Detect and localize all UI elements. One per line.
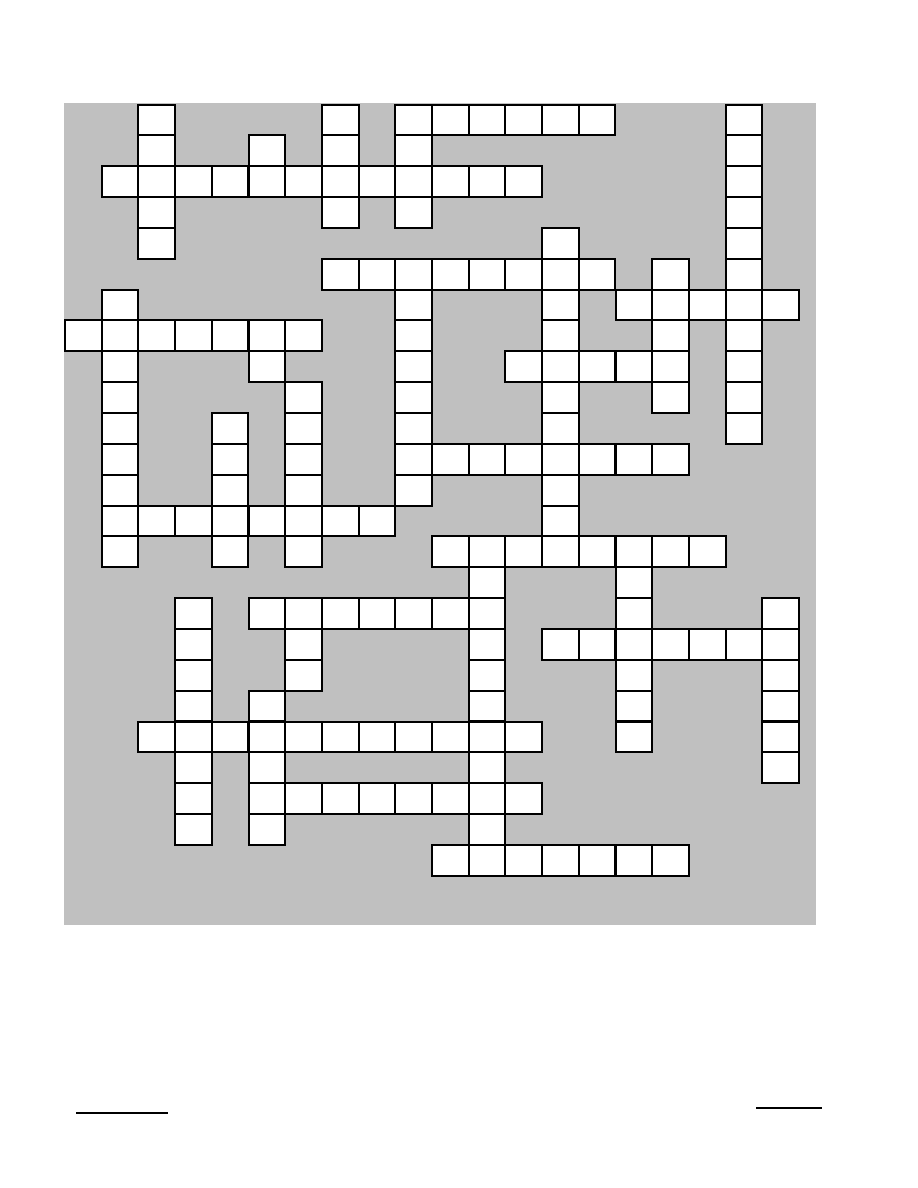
cell-r10-c13[interactable] <box>541 412 580 445</box>
cell-r10-c6[interactable] <box>284 412 323 445</box>
cell-r23-c5[interactable] <box>248 813 287 846</box>
cell-r19-c5[interactable] <box>248 690 287 723</box>
cell-r7-c5[interactable] <box>248 319 287 352</box>
cell-r13-c8[interactable] <box>358 505 397 538</box>
cell-r16-c3[interactable] <box>174 597 213 630</box>
cell-r17-c15[interactable] <box>615 628 654 661</box>
cell-r13-c13[interactable] <box>541 505 580 538</box>
cell-r13-c3[interactable] <box>174 505 213 538</box>
cell-r20-c6[interactable] <box>284 721 323 754</box>
cell-r1-c18[interactable] <box>725 134 764 167</box>
cell-r7-c4[interactable] <box>211 319 250 352</box>
cell-r2-c1[interactable] <box>101 165 140 198</box>
cell-r0-c11[interactable] <box>468 104 507 137</box>
cell-r20-c10[interactable] <box>431 721 470 754</box>
cell-r7-c2[interactable] <box>137 319 176 352</box>
cell-r11-c16[interactable] <box>651 443 690 476</box>
cell-r10-c4[interactable] <box>211 412 250 445</box>
cell-r20-c12[interactable] <box>504 721 543 754</box>
cell-r14-c6[interactable] <box>284 535 323 568</box>
cell-r14-c15[interactable] <box>615 535 654 568</box>
cell-r0-c18[interactable] <box>725 104 764 137</box>
cell-r3-c7[interactable] <box>321 196 360 229</box>
cell-r10-c9[interactable] <box>394 412 433 445</box>
cell-r0-c13[interactable] <box>541 104 580 137</box>
cell-r0-c9[interactable] <box>394 104 433 137</box>
cell-r2-c9[interactable] <box>394 165 433 198</box>
cell-r3-c2[interactable] <box>137 196 176 229</box>
cell-r6-c15[interactable] <box>615 289 654 322</box>
cell-r21-c3[interactable] <box>174 751 213 784</box>
cell-r17-c13[interactable] <box>541 628 580 661</box>
cell-r14-c10[interactable] <box>431 535 470 568</box>
cell-r21-c11[interactable] <box>468 751 507 784</box>
cell-r19-c3[interactable] <box>174 690 213 723</box>
answer-blank-line-right <box>756 1107 822 1109</box>
cell-r17-c11[interactable] <box>468 628 507 661</box>
cell-r24-c16[interactable] <box>651 844 690 877</box>
cell-r5-c11[interactable] <box>468 258 507 291</box>
cell-r7-c6[interactable] <box>284 319 323 352</box>
cell-r16-c8[interactable] <box>358 597 397 630</box>
cell-r7-c9[interactable] <box>394 319 433 352</box>
cell-r20-c11[interactable] <box>468 721 507 754</box>
cell-r13-c4[interactable] <box>211 505 250 538</box>
cell-r14-c4[interactable] <box>211 535 250 568</box>
cell-r1-c5[interactable] <box>248 134 287 167</box>
cell-r3-c9[interactable] <box>394 196 433 229</box>
cell-r8-c9[interactable] <box>394 350 433 383</box>
cell-r2-c4[interactable] <box>211 165 250 198</box>
cell-r9-c13[interactable] <box>541 381 580 414</box>
cell-r2-c10[interactable] <box>431 165 470 198</box>
cell-r5-c12[interactable] <box>504 258 543 291</box>
cell-r16-c7[interactable] <box>321 597 360 630</box>
cell-r0-c10[interactable] <box>431 104 470 137</box>
cell-r7-c0[interactable] <box>64 319 103 352</box>
cell-r11-c10[interactable] <box>431 443 470 476</box>
cell-r15-c15[interactable] <box>615 566 654 599</box>
cell-r8-c13[interactable] <box>541 350 580 383</box>
cell-r9-c16[interactable] <box>651 381 690 414</box>
cell-r14-c11[interactable] <box>468 535 507 568</box>
cell-r17-c3[interactable] <box>174 628 213 661</box>
cell-r11-c15[interactable] <box>615 443 654 476</box>
cell-r5-c13[interactable] <box>541 258 580 291</box>
cell-r12-c1[interactable] <box>101 474 140 507</box>
cell-r20-c9[interactable] <box>394 721 433 754</box>
cell-r6-c13[interactable] <box>541 289 580 322</box>
cell-r5-c9[interactable] <box>394 258 433 291</box>
cell-r2-c5[interactable] <box>248 165 287 198</box>
cell-r20-c8[interactable] <box>358 721 397 754</box>
cell-r7-c3[interactable] <box>174 319 213 352</box>
cell-r24-c15[interactable] <box>615 844 654 877</box>
cell-r20-c15[interactable] <box>615 721 654 754</box>
cell-r20-c19[interactable] <box>761 721 800 754</box>
cell-r2-c11[interactable] <box>468 165 507 198</box>
cell-r16-c6[interactable] <box>284 597 323 630</box>
cell-r24-c13[interactable] <box>541 844 580 877</box>
cell-r6-c19[interactable] <box>761 289 800 322</box>
cell-r24-c12[interactable] <box>504 844 543 877</box>
cell-r8-c12[interactable] <box>504 350 543 383</box>
cell-r16-c5[interactable] <box>248 597 287 630</box>
cell-r20-c7[interactable] <box>321 721 360 754</box>
cell-r24-c14[interactable] <box>578 844 617 877</box>
cell-r0-c14[interactable] <box>578 104 617 137</box>
cell-r0-c7[interactable] <box>321 104 360 137</box>
cell-r20-c2[interactable] <box>137 721 176 754</box>
cell-r23-c11[interactable] <box>468 813 507 846</box>
cell-r18-c19[interactable] <box>761 659 800 692</box>
cell-r15-c11[interactable] <box>468 566 507 599</box>
cell-r2-c8[interactable] <box>358 165 397 198</box>
cell-r7-c16[interactable] <box>651 319 690 352</box>
cell-r18-c15[interactable] <box>615 659 654 692</box>
cell-r22-c12[interactable] <box>504 782 543 815</box>
cell-r10-c1[interactable] <box>101 412 140 445</box>
cell-r0-c12[interactable] <box>504 104 543 137</box>
cell-r17-c16[interactable] <box>651 628 690 661</box>
cell-r14-c13[interactable] <box>541 535 580 568</box>
cell-r2-c3[interactable] <box>174 165 213 198</box>
cell-r13-c2[interactable] <box>137 505 176 538</box>
cell-r19-c19[interactable] <box>761 690 800 723</box>
cell-r11-c12[interactable] <box>504 443 543 476</box>
cell-r10-c18[interactable] <box>725 412 764 445</box>
cell-r9-c9[interactable] <box>394 381 433 414</box>
cell-r12-c4[interactable] <box>211 474 250 507</box>
cell-r8-c5[interactable] <box>248 350 287 383</box>
cell-r6-c17[interactable] <box>688 289 727 322</box>
cell-r13-c5[interactable] <box>248 505 287 538</box>
cell-r11-c4[interactable] <box>211 443 250 476</box>
cell-r12-c6[interactable] <box>284 474 323 507</box>
cell-r14-c12[interactable] <box>504 535 543 568</box>
cell-r20-c4[interactable] <box>211 721 250 754</box>
cell-r22-c11[interactable] <box>468 782 507 815</box>
cell-r7-c18[interactable] <box>725 319 764 352</box>
cell-r22-c6[interactable] <box>284 782 323 815</box>
cell-r4-c2[interactable] <box>137 227 176 260</box>
cell-r22-c7[interactable] <box>321 782 360 815</box>
cell-r24-c10[interactable] <box>431 844 470 877</box>
cell-r22-c9[interactable] <box>394 782 433 815</box>
cell-r18-c3[interactable] <box>174 659 213 692</box>
cell-r8-c16[interactable] <box>651 350 690 383</box>
cell-r16-c15[interactable] <box>615 597 654 630</box>
cell-r5-c18[interactable] <box>725 258 764 291</box>
cell-r11-c9[interactable] <box>394 443 433 476</box>
cell-r17-c6[interactable] <box>284 628 323 661</box>
cell-r11-c11[interactable] <box>468 443 507 476</box>
cell-r23-c3[interactable] <box>174 813 213 846</box>
cell-r21-c5[interactable] <box>248 751 287 784</box>
cell-r9-c6[interactable] <box>284 381 323 414</box>
cell-r6-c16[interactable] <box>651 289 690 322</box>
cell-r14-c14[interactable] <box>578 535 617 568</box>
cell-r4-c13[interactable] <box>541 227 580 260</box>
cell-r11-c6[interactable] <box>284 443 323 476</box>
cell-r14-c1[interactable] <box>101 535 140 568</box>
cell-r5-c16[interactable] <box>651 258 690 291</box>
cell-r18-c6[interactable] <box>284 659 323 692</box>
cell-r5-c7[interactable] <box>321 258 360 291</box>
cell-r17-c19[interactable] <box>761 628 800 661</box>
cell-r11-c14[interactable] <box>578 443 617 476</box>
cell-r3-c18[interactable] <box>725 196 764 229</box>
cell-r13-c6[interactable] <box>284 505 323 538</box>
cell-r9-c1[interactable] <box>101 381 140 414</box>
cell-r11-c1[interactable] <box>101 443 140 476</box>
cell-r17-c14[interactable] <box>578 628 617 661</box>
cell-r0-c2[interactable] <box>137 104 176 137</box>
cell-r6-c18[interactable] <box>725 289 764 322</box>
cell-r12-c13[interactable] <box>541 474 580 507</box>
crossword-board <box>64 103 816 925</box>
cell-r5-c10[interactable] <box>431 258 470 291</box>
cell-r7-c1[interactable] <box>101 319 140 352</box>
cell-r16-c10[interactable] <box>431 597 470 630</box>
cell-r16-c19[interactable] <box>761 597 800 630</box>
cell-r17-c17[interactable] <box>688 628 727 661</box>
cell-r12-c9[interactable] <box>394 474 433 507</box>
cell-r9-c18[interactable] <box>725 381 764 414</box>
cell-r22-c3[interactable] <box>174 782 213 815</box>
cell-r8-c14[interactable] <box>578 350 617 383</box>
cell-r22-c8[interactable] <box>358 782 397 815</box>
worksheet-page <box>0 0 918 1188</box>
cell-r24-c11[interactable] <box>468 844 507 877</box>
cell-r16-c9[interactable] <box>394 597 433 630</box>
cell-r1-c2[interactable] <box>137 134 176 167</box>
cell-r2-c12[interactable] <box>504 165 543 198</box>
cell-r18-c11[interactable] <box>468 659 507 692</box>
cell-r1-c7[interactable] <box>321 134 360 167</box>
cell-r7-c13[interactable] <box>541 319 580 352</box>
cell-r2-c18[interactable] <box>725 165 764 198</box>
cell-r8-c15[interactable] <box>615 350 654 383</box>
cell-r17-c18[interactable] <box>725 628 764 661</box>
cell-r14-c16[interactable] <box>651 535 690 568</box>
answer-blank-line-left <box>76 1112 168 1114</box>
cell-r16-c11[interactable] <box>468 597 507 630</box>
cell-r2-c6[interactable] <box>284 165 323 198</box>
cell-r22-c10[interactable] <box>431 782 470 815</box>
cell-r11-c13[interactable] <box>541 443 580 476</box>
cell-r2-c2[interactable] <box>137 165 176 198</box>
cell-r13-c1[interactable] <box>101 505 140 538</box>
cell-r20-c3[interactable] <box>174 721 213 754</box>
cell-r1-c9[interactable] <box>394 134 433 167</box>
cell-r19-c11[interactable] <box>468 690 507 723</box>
cell-r21-c19[interactable] <box>761 751 800 784</box>
cell-r4-c18[interactable] <box>725 227 764 260</box>
cell-r22-c5[interactable] <box>248 782 287 815</box>
cell-r13-c7[interactable] <box>321 505 360 538</box>
cell-r5-c14[interactable] <box>578 258 617 291</box>
cell-r2-c7[interactable] <box>321 165 360 198</box>
cell-r19-c15[interactable] <box>615 690 654 723</box>
cell-r8-c18[interactable] <box>725 350 764 383</box>
cell-r14-c17[interactable] <box>688 535 727 568</box>
cell-r8-c1[interactable] <box>101 350 140 383</box>
cell-r5-c8[interactable] <box>358 258 397 291</box>
cell-r20-c5[interactable] <box>248 721 287 754</box>
cell-r6-c9[interactable] <box>394 289 433 322</box>
cell-r6-c1[interactable] <box>101 289 140 322</box>
